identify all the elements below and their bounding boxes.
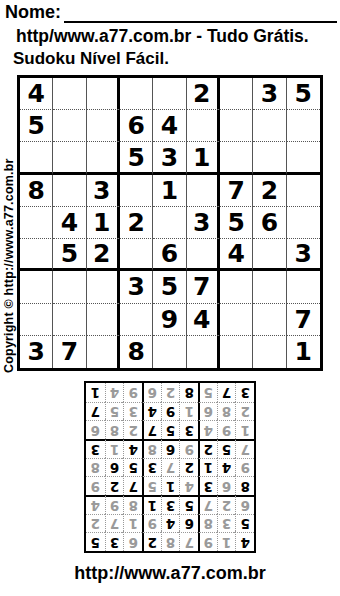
solution-cell-r7c5: 5 — [161, 420, 180, 439]
cell-r2c7[interactable] — [220, 110, 253, 142]
puzzle-level-subtitle: Sudoku Nível Fácil. — [13, 49, 169, 69]
cell-r7c6: 7 — [187, 271, 220, 303]
solution-cell-r5c4: 2 — [179, 458, 198, 477]
name-blank-line — [64, 2, 337, 23]
solution-cell-r4c7: 7 — [123, 476, 142, 495]
solution-cell-r5c5: 7 — [161, 458, 180, 477]
cell-r2c9[interactable] — [287, 110, 320, 142]
main-grid: 423556453183172412356526433579473781 — [17, 75, 323, 371]
footer-url: http://www.a77.com.br — [0, 563, 340, 584]
cell-r5c1[interactable] — [20, 207, 53, 239]
sudoku-printable-page: Nome: http/www.a77.com.br - Tudo Grátis.… — [0, 0, 340, 596]
solution-cell-r5c8: 6 — [105, 458, 124, 477]
solution-cell-r7c4: 3 — [179, 420, 198, 439]
cell-r4c4[interactable] — [120, 175, 153, 207]
solution-cell-r9c4: 8 — [179, 383, 198, 402]
solution-cell-r7c2: 9 — [217, 420, 236, 439]
solution-cell-r1c4: 7 — [179, 532, 198, 551]
cell-r4c7: 7 — [220, 175, 253, 207]
cell-r9c9: 1 — [287, 336, 320, 368]
page-title: http/www.a77.com.br - Tudo Grátis. — [16, 26, 309, 47]
solution-cell-r2c6: 9 — [142, 514, 161, 533]
cell-r5c8: 6 — [253, 207, 286, 239]
solution-cell-r7c8: 8 — [105, 420, 124, 439]
solution-cell-r2c3: 8 — [198, 514, 217, 533]
cell-r5c7: 5 — [220, 207, 253, 239]
cell-r4c9[interactable] — [287, 175, 320, 207]
solution-cell-r3c3: 7 — [198, 495, 217, 514]
cell-r9c7[interactable] — [220, 336, 253, 368]
cell-r5c9[interactable] — [287, 207, 320, 239]
solution-cell-r8c7: 3 — [123, 402, 142, 421]
cell-r5c6: 3 — [187, 207, 220, 239]
solution-cell-r9c8: 4 — [105, 383, 124, 402]
cell-r1c7[interactable] — [220, 78, 253, 110]
solution-cell-r2c8: 7 — [105, 514, 124, 533]
solution-cell-r4c9: 9 — [86, 476, 105, 495]
solution-cell-r9c6: 6 — [142, 383, 161, 402]
cell-r7c3[interactable] — [87, 271, 120, 303]
solution-cell-r9c3: 5 — [198, 383, 217, 402]
cell-r9c1: 3 — [20, 336, 53, 368]
solution-cell-r6c1: 7 — [235, 439, 254, 458]
cell-r7c9[interactable] — [287, 271, 320, 303]
solution-cell-r1c5: 8 — [161, 532, 180, 551]
solution-cell-r7c3: 4 — [198, 420, 217, 439]
solution-cell-r3c1: 6 — [235, 495, 254, 514]
solution-cell-r4c4: 4 — [179, 476, 198, 495]
solution-cell-r8c1: 2 — [235, 402, 254, 421]
solution-cell-r1c2: 1 — [217, 532, 236, 551]
solution-cell-r5c9: 8 — [86, 458, 105, 477]
cell-r5c5[interactable] — [153, 207, 186, 239]
solution-cell-r9c2: 7 — [217, 383, 236, 402]
cell-r7c5: 5 — [153, 271, 186, 303]
solution-cell-r8c4: 1 — [179, 402, 198, 421]
cell-r8c4[interactable] — [120, 304, 153, 336]
solution-cell-r6c7: 4 — [123, 439, 142, 458]
solution-cell-r4c8: 2 — [105, 476, 124, 495]
cell-r9c2: 7 — [53, 336, 86, 368]
solution-cell-r1c3: 9 — [198, 532, 217, 551]
cell-r6c7: 4 — [220, 239, 253, 271]
solution-grid: 4197826355386491726275318948634157299412… — [84, 381, 256, 553]
cell-r6c3: 2 — [87, 239, 120, 271]
solution-cell-r9c9: 1 — [86, 383, 105, 402]
cell-r7c1[interactable] — [20, 271, 53, 303]
cell-r4c3: 3 — [87, 175, 120, 207]
cell-r8c6: 4 — [187, 304, 220, 336]
cell-r2c2[interactable] — [53, 110, 86, 142]
solution-cell-r3c2: 2 — [217, 495, 236, 514]
solution-cell-r5c3: 1 — [198, 458, 217, 477]
solution-cell-r3c6: 1 — [142, 495, 161, 514]
cell-r6c2: 5 — [53, 239, 86, 271]
solution-cell-r1c6: 2 — [142, 532, 161, 551]
cell-r1c9: 5 — [287, 78, 320, 110]
cell-r8c1[interactable] — [20, 304, 53, 336]
solution-cell-r5c1: 9 — [235, 458, 254, 477]
solution-cell-r4c2: 6 — [217, 476, 236, 495]
solution-cell-r8c9: 7 — [86, 402, 105, 421]
cell-r9c6[interactable] — [187, 336, 220, 368]
cell-r8c7[interactable] — [220, 304, 253, 336]
solution-cell-r4c6: 5 — [142, 476, 161, 495]
cell-r6c4[interactable] — [120, 239, 153, 271]
cell-r7c2[interactable] — [53, 271, 86, 303]
cell-r3c4: 5 — [120, 142, 153, 174]
solution-cell-r2c2: 3 — [217, 514, 236, 533]
cell-r1c1: 4 — [20, 78, 53, 110]
solution-cell-r8c8: 5 — [105, 402, 124, 421]
cell-r8c2[interactable] — [53, 304, 86, 336]
cell-r6c1[interactable] — [20, 239, 53, 271]
cell-r6c6[interactable] — [187, 239, 220, 271]
solution-cell-r4c1: 8 — [235, 476, 254, 495]
solution-cell-r5c6: 3 — [142, 458, 161, 477]
cell-r7c7[interactable] — [220, 271, 253, 303]
cell-r2c1: 5 — [20, 110, 53, 142]
cell-r2c5: 4 — [153, 110, 186, 142]
name-label: Nome: — [5, 2, 61, 23]
cell-r1c5[interactable] — [153, 78, 186, 110]
cell-r3c5: 3 — [153, 142, 186, 174]
cell-r7c4: 3 — [120, 271, 153, 303]
cell-r9c5[interactable] — [153, 336, 186, 368]
solution-cell-r9c1: 3 — [235, 383, 254, 402]
cell-r5c2: 4 — [53, 207, 86, 239]
cell-r6c9: 3 — [287, 239, 320, 271]
solution-cell-r9c5: 2 — [161, 383, 180, 402]
solution-cell-r5c7: 5 — [123, 458, 142, 477]
cell-r3c6: 1 — [187, 142, 220, 174]
solution-cell-r8c5: 9 — [161, 402, 180, 421]
cell-r3c1[interactable] — [20, 142, 53, 174]
solution-cell-r1c9: 5 — [86, 532, 105, 551]
cell-r3c7[interactable] — [220, 142, 253, 174]
cell-r1c4[interactable] — [120, 78, 153, 110]
solution-cell-r6c2: 5 — [217, 439, 236, 458]
cell-r8c9: 7 — [287, 304, 320, 336]
solution-cell-r3c9: 4 — [86, 495, 105, 514]
solution-cell-r6c6: 8 — [142, 439, 161, 458]
copyright-vertical-text: Copyright © http://www.a77.com.br — [2, 77, 17, 373]
cell-r2c4: 6 — [120, 110, 153, 142]
cell-r4c1: 8 — [20, 175, 53, 207]
cell-r6c5: 6 — [153, 239, 186, 271]
solution-cell-r2c7: 1 — [123, 514, 142, 533]
solution-cell-r8c3: 6 — [198, 402, 217, 421]
solution-cell-r2c1: 5 — [235, 514, 254, 533]
solution-cell-r7c6: 7 — [142, 420, 161, 439]
solution-cell-r6c3: 2 — [198, 439, 217, 458]
cell-r5c3: 1 — [87, 207, 120, 239]
solution-cell-r1c1: 4 — [235, 532, 254, 551]
solution-cell-r6c5: 6 — [161, 439, 180, 458]
solution-cell-r1c7: 6 — [123, 532, 142, 551]
solution-cell-r8c2: 8 — [217, 402, 236, 421]
cell-r4c2[interactable] — [53, 175, 86, 207]
solution-cell-r1c8: 3 — [105, 532, 124, 551]
cell-r8c5: 9 — [153, 304, 186, 336]
solution-cell-r8c6: 4 — [142, 402, 161, 421]
solution-cell-r7c9: 6 — [86, 420, 105, 439]
cell-r2c6[interactable] — [187, 110, 220, 142]
cell-r3c2[interactable] — [53, 142, 86, 174]
solution-cell-r6c8: 1 — [105, 439, 124, 458]
cell-r8c8[interactable] — [253, 304, 286, 336]
solution-cell-r3c4: 5 — [179, 495, 198, 514]
cell-r1c2[interactable] — [53, 78, 86, 110]
cell-r9c4: 8 — [120, 336, 153, 368]
cell-r2c3[interactable] — [87, 110, 120, 142]
solution-cell-r6c9: 3 — [86, 439, 105, 458]
cell-r1c8: 3 — [253, 78, 286, 110]
name-row: Nome: — [5, 2, 337, 23]
cell-r2c8[interactable] — [253, 110, 286, 142]
solution-cell-r6c4: 9 — [179, 439, 198, 458]
cell-r3c8[interactable] — [253, 142, 286, 174]
solution-cell-r7c7: 2 — [123, 420, 142, 439]
cell-r8c3[interactable] — [87, 304, 120, 336]
cell-r1c6: 2 — [187, 78, 220, 110]
cell-r1c3[interactable] — [87, 78, 120, 110]
cell-r6c8[interactable] — [253, 239, 286, 271]
solution-cell-r4c3: 3 — [198, 476, 217, 495]
cell-r4c8: 2 — [253, 175, 286, 207]
cell-r5c4: 2 — [120, 207, 153, 239]
solution-cell-r4c5: 1 — [161, 476, 180, 495]
cell-r4c6[interactable] — [187, 175, 220, 207]
solution-cell-r2c9: 2 — [86, 514, 105, 533]
cell-r9c8[interactable] — [253, 336, 286, 368]
solution-cell-r9c7: 9 — [123, 383, 142, 402]
solution-cell-r3c8: 9 — [105, 495, 124, 514]
solution-cell-r2c4: 6 — [179, 514, 198, 533]
solution-cell-r3c7: 8 — [123, 495, 142, 514]
solution-cell-r5c2: 4 — [217, 458, 236, 477]
solution-cell-r3c5: 3 — [161, 495, 180, 514]
cell-r7c8[interactable] — [253, 271, 286, 303]
cell-r9c3[interactable] — [87, 336, 120, 368]
cell-r4c5: 1 — [153, 175, 186, 207]
solution-cell-r7c1: 1 — [235, 420, 254, 439]
cell-r3c9[interactable] — [287, 142, 320, 174]
cell-r3c3[interactable] — [87, 142, 120, 174]
solution-cell-r2c5: 4 — [161, 514, 180, 533]
